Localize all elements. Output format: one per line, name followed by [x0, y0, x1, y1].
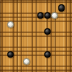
- black-stone[interactable]: [44, 12, 51, 19]
- white-stone[interactable]: [23, 58, 30, 65]
- white-stone[interactable]: [51, 12, 58, 19]
- black-stone[interactable]: [44, 51, 51, 58]
- white-stone[interactable]: [7, 21, 14, 28]
- black-stone[interactable]: [58, 4, 65, 11]
- black-stone[interactable]: [37, 12, 44, 19]
- black-stone[interactable]: [7, 51, 14, 58]
- black-stone[interactable]: [44, 28, 51, 35]
- go-board[interactable]: [0, 0, 72, 72]
